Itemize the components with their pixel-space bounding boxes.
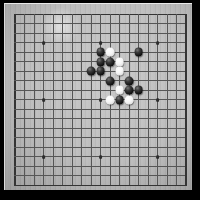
white-stone[interactable] <box>106 48 115 57</box>
black-stone[interactable] <box>106 57 115 66</box>
star-point <box>156 98 160 102</box>
star-point <box>156 41 160 45</box>
black-stone[interactable] <box>96 48 105 57</box>
white-stone[interactable] <box>125 95 134 104</box>
star-point <box>99 41 103 45</box>
white-stone[interactable] <box>115 57 124 66</box>
white-stone[interactable] <box>115 67 124 76</box>
star-point <box>42 98 46 102</box>
star-point <box>99 98 103 102</box>
star-point <box>42 155 46 159</box>
black-stone[interactable] <box>87 67 96 76</box>
black-stone[interactable] <box>115 95 124 104</box>
star-point <box>42 41 46 45</box>
black-stone[interactable] <box>96 67 105 76</box>
black-stone[interactable] <box>125 76 134 85</box>
photo-frame <box>0 0 200 200</box>
star-point <box>156 155 160 159</box>
black-stone[interactable] <box>96 57 105 66</box>
black-stone[interactable] <box>125 86 134 95</box>
black-stone[interactable] <box>134 86 143 95</box>
black-stone[interactable] <box>106 76 115 85</box>
star-point <box>99 155 103 159</box>
black-stone[interactable] <box>134 48 143 57</box>
white-stone[interactable] <box>106 95 115 104</box>
white-stone[interactable] <box>115 86 124 95</box>
goban[interactable] <box>4 3 192 190</box>
